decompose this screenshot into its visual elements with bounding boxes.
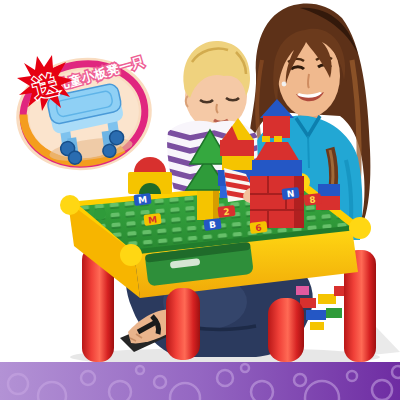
letter-tile: M: [143, 213, 161, 226]
letter-tile: M: [133, 193, 151, 206]
scene-canvas: M B M 2 6 8 N: [0, 0, 400, 400]
svg-text:B: B: [209, 220, 217, 231]
svg-text:8: 8: [309, 195, 316, 206]
table-leg-front-left: [166, 288, 200, 360]
letter-tile: N: [281, 187, 299, 200]
number-tile: 2: [217, 205, 235, 218]
svg-text:M: M: [138, 194, 148, 205]
table-leg-front-right: [268, 298, 304, 362]
purple-footer-band: [0, 362, 400, 400]
svg-text:M: M: [148, 214, 158, 225]
number-tile: 6: [249, 221, 267, 234]
number-tile: 8: [303, 193, 321, 206]
svg-text:N: N: [286, 189, 295, 200]
letter-tile: B: [203, 218, 221, 231]
svg-text:2: 2: [223, 207, 230, 218]
svg-text:6: 6: [255, 223, 262, 234]
product-photo: M B M 2 6 8 N: [0, 0, 400, 400]
